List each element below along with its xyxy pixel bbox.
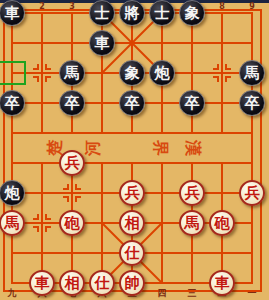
red-cannon[interactable]: 砲 — [59, 210, 85, 236]
file-label-bottom: 四 — [158, 288, 167, 298]
last-move-highlight — [0, 61, 26, 85]
red-soldier[interactable]: 兵 — [239, 180, 265, 206]
black-general[interactable]: 將 — [119, 0, 145, 26]
red-soldier[interactable]: 兵 — [59, 150, 85, 176]
red-chariot[interactable]: 車 — [209, 270, 235, 296]
red-advisor[interactable]: 仕 — [119, 240, 145, 266]
red-general[interactable]: 帥 — [119, 270, 145, 296]
river-text: 河 — [85, 140, 101, 156]
red-horse[interactable]: 馬 — [179, 210, 205, 236]
red-soldier[interactable]: 兵 — [179, 180, 205, 206]
black-cannon[interactable]: 炮 — [0, 180, 25, 206]
black-soldier[interactable]: 卒 — [119, 90, 145, 116]
file-label-bottom: 三 — [188, 288, 197, 298]
black-chariot[interactable]: 車 — [0, 0, 25, 26]
black-horse[interactable]: 馬 — [59, 60, 85, 86]
file-label-top: 9 — [249, 2, 255, 11]
file-label-top: 8 — [219, 2, 225, 11]
black-elephant[interactable]: 象 — [179, 0, 205, 26]
file-label-bottom: 九 — [8, 288, 17, 298]
red-advisor[interactable]: 仕 — [89, 270, 115, 296]
red-chariot[interactable]: 車 — [29, 270, 55, 296]
red-soldier[interactable]: 兵 — [119, 180, 145, 206]
black-chariot[interactable]: 車 — [89, 30, 115, 56]
black-soldier[interactable]: 卒 — [179, 90, 205, 116]
black-horse[interactable]: 馬 — [239, 60, 265, 86]
file-label-bottom: 一 — [248, 288, 257, 298]
red-elephant[interactable]: 相 — [59, 270, 85, 296]
black-advisor[interactable]: 士 — [149, 0, 175, 26]
xiangqi-board[interactable]: 123456789九八七六五四三二一楚河界漢車士將士象車馬象炮馬卒卒卒卒卒炮兵兵… — [0, 0, 269, 300]
red-cannon[interactable]: 砲 — [209, 210, 235, 236]
red-horse[interactable]: 馬 — [0, 210, 25, 236]
black-cannon[interactable]: 炮 — [149, 60, 175, 86]
river-text: 漢 — [185, 140, 201, 156]
black-soldier[interactable]: 卒 — [0, 90, 25, 116]
red-elephant[interactable]: 相 — [119, 210, 145, 236]
file-label-top: 3 — [69, 2, 75, 11]
black-advisor[interactable]: 士 — [89, 0, 115, 26]
black-elephant[interactable]: 象 — [119, 60, 145, 86]
river-text: 楚 — [47, 140, 63, 156]
black-soldier[interactable]: 卒 — [59, 90, 85, 116]
file-label-top: 2 — [39, 2, 45, 11]
river-text: 界 — [152, 140, 168, 156]
black-soldier[interactable]: 卒 — [239, 90, 265, 116]
